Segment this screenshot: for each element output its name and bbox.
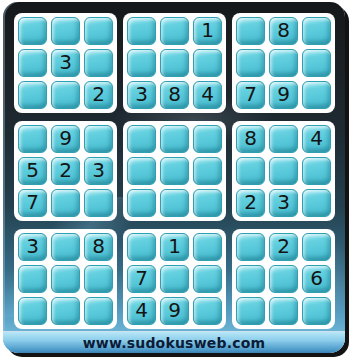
sudoku-cell-r9c8[interactable] bbox=[269, 297, 298, 325]
sudoku-cell-r2c9[interactable] bbox=[302, 49, 331, 77]
sudoku-box-4: 95237 bbox=[14, 121, 117, 221]
sudoku-cell-r3c7[interactable]: 7 bbox=[236, 81, 265, 109]
sudoku-cell-r6c7[interactable]: 2 bbox=[236, 189, 265, 217]
sudoku-cell-r5c9[interactable] bbox=[302, 157, 331, 185]
given-digit: 6 bbox=[310, 268, 323, 288]
sudoku-cell-r7c6[interactable] bbox=[193, 233, 222, 261]
sudoku-cell-r2c2[interactable]: 3 bbox=[51, 49, 80, 77]
sudoku-cell-r1c3[interactable] bbox=[84, 17, 113, 45]
sudoku-cell-r5c1[interactable]: 5 bbox=[18, 157, 47, 185]
sudoku-cell-r7c8[interactable]: 2 bbox=[269, 233, 298, 261]
sudoku-box-3: 879 bbox=[232, 13, 335, 113]
sudoku-cell-r7c9[interactable] bbox=[302, 233, 331, 261]
sudoku-cell-r4c2[interactable]: 9 bbox=[51, 125, 80, 153]
sudoku-cell-r5c5[interactable] bbox=[160, 157, 189, 185]
given-digit: 9 bbox=[168, 300, 181, 320]
given-digit: 3 bbox=[92, 160, 105, 180]
sudoku-cell-r3c1[interactable] bbox=[18, 81, 47, 109]
sudoku-cell-r5c7[interactable] bbox=[236, 157, 265, 185]
given-digit: 1 bbox=[201, 20, 214, 40]
sudoku-cell-r5c3[interactable]: 3 bbox=[84, 157, 113, 185]
sudoku-cell-r2c4[interactable] bbox=[127, 49, 156, 77]
given-digit: 9 bbox=[277, 84, 290, 104]
sudoku-cell-r6c9[interactable] bbox=[302, 189, 331, 217]
sudoku-cell-r3c8[interactable]: 9 bbox=[269, 81, 298, 109]
sudoku-cell-r8c3[interactable] bbox=[84, 265, 113, 293]
given-digit: 8 bbox=[277, 20, 290, 40]
sudoku-cell-r7c3[interactable]: 8 bbox=[84, 233, 113, 261]
sudoku-cell-r6c2[interactable] bbox=[51, 189, 80, 217]
sudoku-cell-r2c7[interactable] bbox=[236, 49, 265, 77]
sudoku-cell-r5c6[interactable] bbox=[193, 157, 222, 185]
sudoku-cell-r6c6[interactable] bbox=[193, 189, 222, 217]
sudoku-cell-r9c3[interactable] bbox=[84, 297, 113, 325]
sudoku-cell-r8c7[interactable] bbox=[236, 265, 265, 293]
given-digit: 1 bbox=[168, 236, 181, 256]
sudoku-cell-r8c4[interactable]: 7 bbox=[127, 265, 156, 293]
sudoku-box-1: 32 bbox=[14, 13, 117, 113]
sudoku-cell-r1c6[interactable]: 1 bbox=[193, 17, 222, 45]
given-digit: 7 bbox=[135, 268, 148, 288]
given-digit: 7 bbox=[26, 192, 39, 212]
given-digit: 4 bbox=[310, 128, 323, 148]
sudoku-cell-r9c4[interactable]: 4 bbox=[127, 297, 156, 325]
sudoku-cell-r6c4[interactable] bbox=[127, 189, 156, 217]
sudoku-cell-r4c9[interactable]: 4 bbox=[302, 125, 331, 153]
sudoku-cell-r6c1[interactable]: 7 bbox=[18, 189, 47, 217]
sudoku-cell-r2c5[interactable] bbox=[160, 49, 189, 77]
given-digit: 7 bbox=[244, 84, 257, 104]
sudoku-cell-r4c4[interactable] bbox=[127, 125, 156, 153]
sudoku-cell-r3c9[interactable] bbox=[302, 81, 331, 109]
sudoku-cell-r3c3[interactable]: 2 bbox=[84, 81, 113, 109]
sudoku-cell-r8c2[interactable] bbox=[51, 265, 80, 293]
given-digit: 2 bbox=[244, 192, 257, 212]
sudoku-box-2: 1384 bbox=[123, 13, 226, 113]
sudoku-cell-r9c6[interactable] bbox=[193, 297, 222, 325]
sudoku-cell-r6c5[interactable] bbox=[160, 189, 189, 217]
sudoku-box-9: 26 bbox=[232, 229, 335, 329]
given-digit: 2 bbox=[277, 236, 290, 256]
sudoku-cell-r7c1[interactable]: 3 bbox=[18, 233, 47, 261]
given-digit: 3 bbox=[277, 192, 290, 212]
sudoku-cell-r7c7[interactable] bbox=[236, 233, 265, 261]
sudoku-cell-r7c5[interactable]: 1 bbox=[160, 233, 189, 261]
sudoku-cell-r3c2[interactable] bbox=[51, 81, 80, 109]
sudoku-cell-r8c5[interactable] bbox=[160, 265, 189, 293]
given-digit: 3 bbox=[135, 84, 148, 104]
site-link[interactable]: www.sudokusweb.com bbox=[83, 335, 266, 351]
sudoku-cell-r6c8[interactable]: 3 bbox=[269, 189, 298, 217]
sudoku-cell-r4c8[interactable] bbox=[269, 125, 298, 153]
sudoku-cell-r2c6[interactable] bbox=[193, 49, 222, 77]
sudoku-cell-r1c5[interactable] bbox=[160, 17, 189, 45]
sudoku-cell-r3c6[interactable]: 4 bbox=[193, 81, 222, 109]
sudoku-cell-r8c6[interactable] bbox=[193, 265, 222, 293]
sudoku-box-5 bbox=[123, 121, 226, 221]
sudoku-cell-r3c4[interactable]: 3 bbox=[127, 81, 156, 109]
sudoku-cell-r4c6[interactable] bbox=[193, 125, 222, 153]
sudoku-cell-r4c5[interactable] bbox=[160, 125, 189, 153]
sudoku-cell-r7c4[interactable] bbox=[127, 233, 156, 261]
sudoku-cell-r1c2[interactable] bbox=[51, 17, 80, 45]
given-digit: 3 bbox=[59, 52, 72, 72]
given-digit: 5 bbox=[26, 160, 39, 180]
sudoku-cell-r9c9[interactable] bbox=[302, 297, 331, 325]
given-digit: 4 bbox=[201, 84, 214, 104]
sudoku-cell-r9c2[interactable] bbox=[51, 297, 80, 325]
sudoku-cell-r2c8[interactable] bbox=[269, 49, 298, 77]
sudoku-cell-r8c1[interactable] bbox=[18, 265, 47, 293]
sudoku-board: 32138487995237842338174926 bbox=[14, 13, 335, 329]
sudoku-cell-r2c1[interactable] bbox=[18, 49, 47, 77]
sudoku-cell-r8c9[interactable]: 6 bbox=[302, 265, 331, 293]
given-digit: 8 bbox=[168, 84, 181, 104]
footer-bar: www.sudokusweb.com bbox=[3, 331, 345, 353]
sudoku-cell-r6c3[interactable] bbox=[84, 189, 113, 217]
sudoku-box-7: 38 bbox=[14, 229, 117, 329]
given-digit: 4 bbox=[135, 300, 148, 320]
sudoku-cell-r1c9[interactable] bbox=[302, 17, 331, 45]
sudoku-cell-r9c1[interactable] bbox=[18, 297, 47, 325]
sudoku-cell-r5c2[interactable]: 2 bbox=[51, 157, 80, 185]
sudoku-cell-r5c8[interactable] bbox=[269, 157, 298, 185]
sudoku-cell-r4c1[interactable] bbox=[18, 125, 47, 153]
sudoku-cell-r1c7[interactable] bbox=[236, 17, 265, 45]
sudoku-cell-r4c3[interactable] bbox=[84, 125, 113, 153]
sudoku-cell-r3c5[interactable]: 8 bbox=[160, 81, 189, 109]
sudoku-cell-r4c7[interactable]: 8 bbox=[236, 125, 265, 153]
given-digit: 8 bbox=[244, 128, 257, 148]
sudoku-cell-r1c8[interactable]: 8 bbox=[269, 17, 298, 45]
sudoku-cell-r1c1[interactable] bbox=[18, 17, 47, 45]
sudoku-box-6: 8423 bbox=[232, 121, 335, 221]
sudoku-cell-r8c8[interactable] bbox=[269, 265, 298, 293]
sudoku-cell-r2c3[interactable] bbox=[84, 49, 113, 77]
sudoku-box-8: 1749 bbox=[123, 229, 226, 329]
board-frame: 32138487995237842338174926 www.sudokuswe… bbox=[3, 2, 345, 353]
sudoku-cell-r7c2[interactable] bbox=[51, 233, 80, 261]
sudoku-cell-r9c5[interactable]: 9 bbox=[160, 297, 189, 325]
given-digit: 9 bbox=[59, 128, 72, 148]
sudoku-cell-r5c4[interactable] bbox=[127, 157, 156, 185]
sudoku-cell-r1c4[interactable] bbox=[127, 17, 156, 45]
given-digit: 8 bbox=[92, 236, 105, 256]
given-digit: 2 bbox=[92, 84, 105, 104]
given-digit: 2 bbox=[59, 160, 72, 180]
sudoku-cell-r9c7[interactable] bbox=[236, 297, 265, 325]
given-digit: 3 bbox=[26, 236, 39, 256]
